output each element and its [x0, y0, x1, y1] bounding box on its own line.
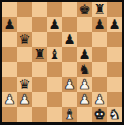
square-c6[interactable]: [32, 32, 47, 47]
chess-board: ♚♜♟♟♟♟♛♟♜♝♟♞♛♟♟♟♟♟♟♝♚♞: [2, 2, 122, 122]
black-queen-icon: ♛: [18, 77, 30, 92]
square-b4[interactable]: [17, 62, 32, 77]
square-h3[interactable]: [107, 77, 122, 92]
square-a7[interactable]: ♟: [2, 17, 17, 32]
square-h4[interactable]: [107, 62, 122, 77]
square-b3[interactable]: ♛: [17, 77, 32, 92]
white-pawn-icon: ♟: [63, 77, 75, 92]
chess-board-frame: ♚♜♟♟♟♟♛♟♜♝♟♞♛♟♟♟♟♟♟♝♚♞: [0, 0, 124, 125]
black-rook-icon: ♜: [93, 2, 105, 17]
square-h2[interactable]: [107, 92, 122, 107]
square-d3[interactable]: [47, 77, 62, 92]
black-bishop-icon: ♝: [48, 47, 60, 62]
square-e6[interactable]: ♟: [62, 32, 77, 47]
square-f6[interactable]: [77, 32, 92, 47]
square-g4[interactable]: [92, 62, 107, 77]
square-d7[interactable]: ♟: [47, 17, 62, 32]
square-e8[interactable]: [62, 2, 77, 17]
square-h5[interactable]: [107, 47, 122, 62]
square-b8[interactable]: [17, 2, 32, 17]
square-e5[interactable]: [62, 47, 77, 62]
white-knight-icon: ♞: [108, 107, 120, 122]
square-b2[interactable]: ♟: [17, 92, 32, 107]
square-h7[interactable]: ♟: [107, 17, 122, 32]
white-pawn-icon: ♟: [18, 92, 30, 107]
square-c5[interactable]: ♜: [32, 47, 47, 62]
square-h8[interactable]: [107, 2, 122, 17]
square-e4[interactable]: [62, 62, 77, 77]
square-a2[interactable]: ♟: [2, 92, 17, 107]
square-a6[interactable]: [2, 32, 17, 47]
square-d6[interactable]: [47, 32, 62, 47]
square-e1[interactable]: ♝: [62, 107, 77, 122]
square-g5[interactable]: [92, 47, 107, 62]
white-pawn-icon: ♟: [93, 92, 105, 107]
black-queen-icon: ♛: [18, 32, 30, 47]
black-pawn-icon: ♟: [63, 32, 75, 47]
square-b1[interactable]: [17, 107, 32, 122]
square-c1[interactable]: [32, 107, 47, 122]
square-c2[interactable]: [32, 92, 47, 107]
white-king-icon: ♚: [93, 107, 105, 122]
square-d8[interactable]: [47, 2, 62, 17]
black-pawn-icon: ♟: [78, 47, 90, 62]
square-b6[interactable]: ♛: [17, 32, 32, 47]
square-f7[interactable]: [77, 17, 92, 32]
square-b5[interactable]: [17, 47, 32, 62]
black-pawn-icon: ♟: [108, 17, 120, 32]
square-a3[interactable]: [2, 77, 17, 92]
white-bishop-icon: ♝: [63, 107, 75, 122]
square-e3[interactable]: ♟: [62, 77, 77, 92]
square-e2[interactable]: [62, 92, 77, 107]
square-d4[interactable]: [47, 62, 62, 77]
white-pawn-icon: ♟: [78, 92, 90, 107]
square-a8[interactable]: [2, 2, 17, 17]
square-g3[interactable]: [92, 77, 107, 92]
square-e7[interactable]: [62, 17, 77, 32]
square-g7[interactable]: ♟: [92, 17, 107, 32]
square-d1[interactable]: [47, 107, 62, 122]
square-f3[interactable]: ♟: [77, 77, 92, 92]
square-h6[interactable]: [107, 32, 122, 47]
square-h1[interactable]: ♞: [107, 107, 122, 122]
white-pawn-icon: ♟: [78, 77, 90, 92]
black-pawn-icon: ♟: [48, 17, 60, 32]
square-a1[interactable]: [2, 107, 17, 122]
square-g6[interactable]: [92, 32, 107, 47]
white-pawn-icon: ♟: [3, 92, 15, 107]
square-c3[interactable]: [32, 77, 47, 92]
square-b7[interactable]: [17, 17, 32, 32]
black-knight-icon: ♞: [78, 62, 90, 77]
black-pawn-icon: ♟: [3, 17, 15, 32]
square-f1[interactable]: [77, 107, 92, 122]
square-f2[interactable]: ♟: [77, 92, 92, 107]
square-a5[interactable]: [2, 47, 17, 62]
black-rook-icon: ♜: [33, 47, 45, 62]
square-c8[interactable]: [32, 2, 47, 17]
square-c7[interactable]: [32, 17, 47, 32]
square-g2[interactable]: ♟: [92, 92, 107, 107]
black-pawn-icon: ♟: [93, 17, 105, 32]
square-f5[interactable]: ♟: [77, 47, 92, 62]
square-a4[interactable]: [2, 62, 17, 77]
square-d5[interactable]: ♝: [47, 47, 62, 62]
square-g1[interactable]: ♚: [92, 107, 107, 122]
square-f4[interactable]: ♞: [77, 62, 92, 77]
square-c4[interactable]: [32, 62, 47, 77]
square-d2[interactable]: [47, 92, 62, 107]
square-f8[interactable]: ♚: [77, 2, 92, 17]
black-king-icon: ♚: [78, 2, 90, 17]
square-g8[interactable]: ♜: [92, 2, 107, 17]
